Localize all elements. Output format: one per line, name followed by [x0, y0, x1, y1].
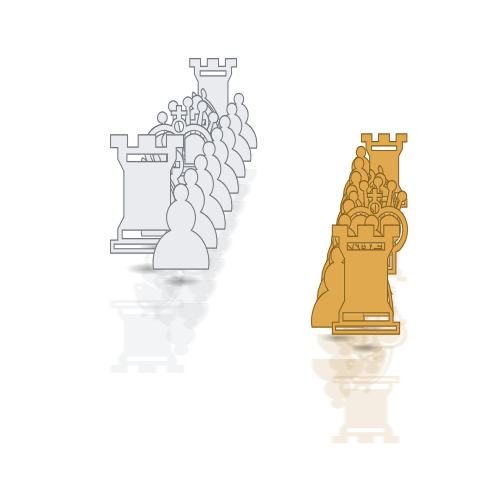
- square-g5[interactable]: [266, 278, 302, 311]
- piece-reflection: ♜: [313, 362, 420, 455]
- square-b4[interactable]: [269, 178, 300, 204]
- square-c4[interactable]: [263, 194, 295, 221]
- pawn-glyph: ♟: [139, 172, 223, 289]
- square-d4[interactable]: [256, 210, 289, 239]
- piece-reflection: ♟: [139, 292, 223, 364]
- rook-glyph: ♜: [313, 208, 420, 357]
- pieces-layer: ♜♜♟♟♞♞♟♟♝♝♟♟♛♛♟♟♟♟♚♚♜♜♟♟♟♟♝♝♞♞♟♟♟♟♞♞♝♝♟♟…: [0, 0, 480, 480]
- square-a4[interactable]: [274, 164, 304, 189]
- product-photo-scene: ♜♜♟♟♞♞♟♟♝♝♟♟♛♛♟♟♟♟♚♚♜♜♟♟♟♟♝♝♞♞♟♟♟♟♞♞♝♝♟♟…: [0, 0, 480, 480]
- square-h5[interactable]: [259, 299, 296, 333]
